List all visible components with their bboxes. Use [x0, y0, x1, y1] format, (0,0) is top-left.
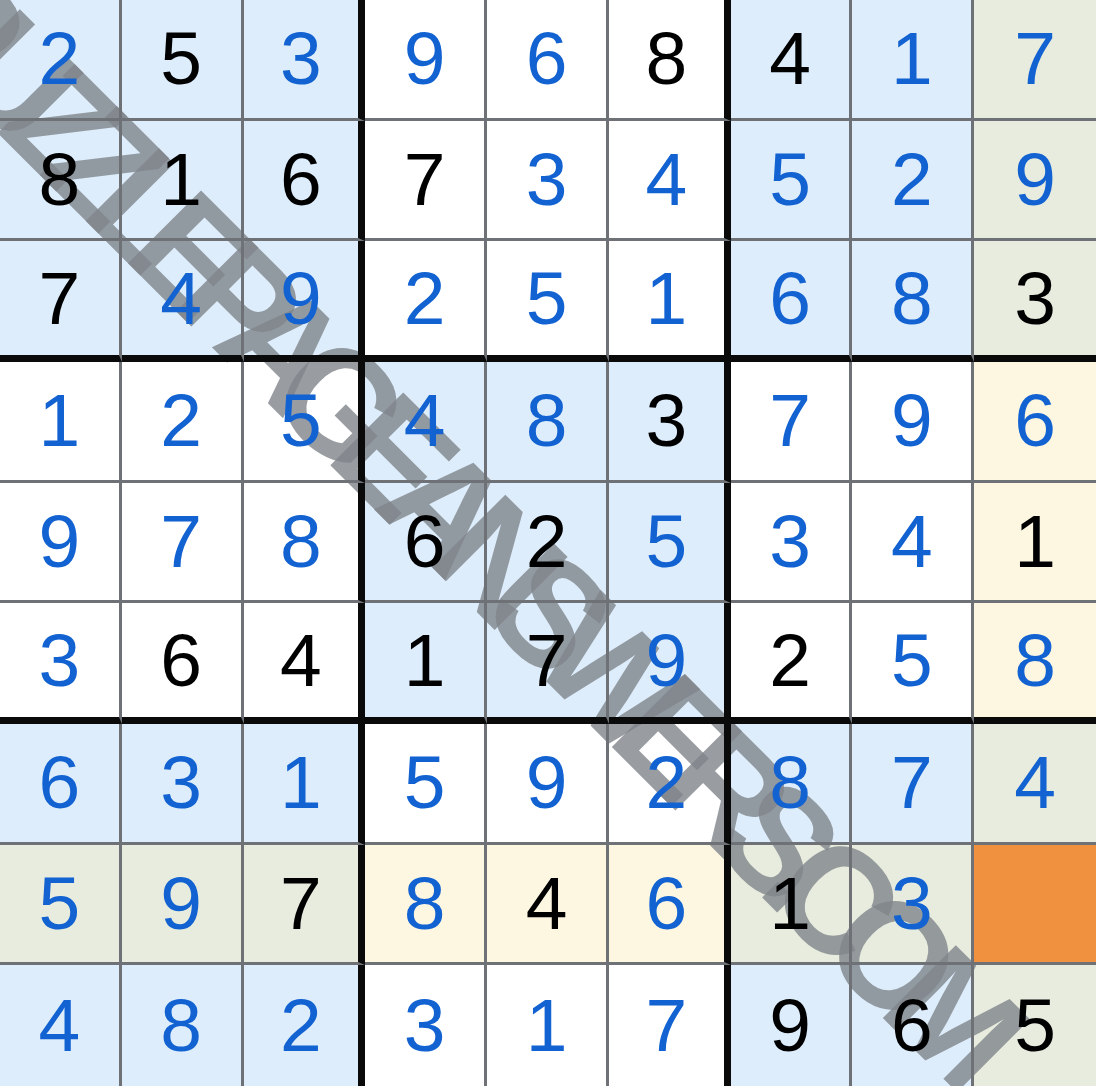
digit: 8	[39, 142, 81, 217]
cell-r4c3[interactable]: 5	[244, 362, 366, 483]
digit: 4	[280, 623, 322, 698]
cell-r7c1[interactable]: 6	[0, 724, 122, 845]
cell-r7c8[interactable]: 7	[852, 724, 974, 845]
cell-r4c5[interactable]: 8	[487, 362, 609, 483]
cell-r8c4[interactable]: 8	[365, 845, 487, 966]
cell-r4c6[interactable]: 3	[609, 362, 731, 483]
digit: 6	[1014, 383, 1056, 458]
digit: 1	[160, 142, 202, 217]
cell-r2c3[interactable]: 6	[244, 121, 366, 242]
digit: 6	[39, 745, 81, 820]
digit: 3	[1014, 261, 1056, 336]
cell-r8c1[interactable]: 5	[0, 845, 122, 966]
digit: 8	[526, 383, 568, 458]
cell-r8c6[interactable]: 6	[609, 845, 731, 966]
cell-r3c4[interactable]: 2	[365, 241, 487, 362]
cell-r1c4[interactable]: 9	[365, 0, 487, 121]
cell-r7c6[interactable]: 2	[609, 724, 731, 845]
cell-r5c8[interactable]: 4	[852, 483, 974, 604]
cell-r9c2[interactable]: 8	[122, 965, 244, 1086]
cell-r4c7[interactable]: 7	[731, 362, 853, 483]
digit: 2	[280, 988, 322, 1063]
digit: 7	[891, 745, 933, 820]
cell-r9c7[interactable]: 9	[731, 965, 853, 1086]
cell-r7c5[interactable]: 9	[487, 724, 609, 845]
cell-r9c4[interactable]: 3	[365, 965, 487, 1086]
cell-r6c1[interactable]: 3	[0, 603, 122, 724]
cell-r4c4[interactable]: 4	[365, 362, 487, 483]
digit: 1	[280, 745, 322, 820]
cell-r2c1[interactable]: 8	[0, 121, 122, 242]
cell-r1c9[interactable]: 7	[974, 0, 1096, 121]
cell-r2c5[interactable]: 3	[487, 121, 609, 242]
cell-r6c2[interactable]: 6	[122, 603, 244, 724]
cell-r1c2[interactable]: 5	[122, 0, 244, 121]
digit: 8	[280, 504, 322, 579]
digit: 9	[280, 261, 322, 336]
cell-r6c4[interactable]: 1	[365, 603, 487, 724]
cell-r9c6[interactable]: 7	[609, 965, 731, 1086]
cell-r8c5[interactable]: 4	[487, 845, 609, 966]
digit: 9	[1014, 142, 1056, 217]
cell-r9c8[interactable]: 6	[852, 965, 974, 1086]
cell-r6c5[interactable]: 7	[487, 603, 609, 724]
cell-r3c8[interactable]: 8	[852, 241, 974, 362]
cell-r1c7[interactable]: 4	[731, 0, 853, 121]
digit: 3	[280, 21, 322, 96]
digit: 1	[1014, 504, 1056, 579]
cell-r5c7[interactable]: 3	[731, 483, 853, 604]
cell-r6c7[interactable]: 2	[731, 603, 853, 724]
digit: 1	[891, 21, 933, 96]
digit: 8	[160, 988, 202, 1063]
digit: 7	[280, 866, 322, 941]
digit: 4	[39, 988, 81, 1063]
cell-r3c1[interactable]: 7	[0, 241, 122, 362]
digit: 8	[1014, 623, 1056, 698]
cell-r5c5[interactable]: 2	[487, 483, 609, 604]
digit: 8	[645, 21, 687, 96]
digit: 2	[769, 623, 811, 698]
cell-r5c4[interactable]: 6	[365, 483, 487, 604]
cell-r1c6[interactable]: 8	[609, 0, 731, 121]
cell-r2c8[interactable]: 2	[852, 121, 974, 242]
cell-r9c1[interactable]: 4	[0, 965, 122, 1086]
cell-r1c3[interactable]: 3	[244, 0, 366, 121]
digit: 2	[39, 21, 81, 96]
cell-r3c9[interactable]: 3	[974, 241, 1096, 362]
digit: 8	[404, 866, 446, 941]
cell-r8c3[interactable]: 7	[244, 845, 366, 966]
digit: 7	[404, 142, 446, 217]
digit: 3	[891, 866, 933, 941]
cell-r5c1[interactable]: 9	[0, 483, 122, 604]
digit: 1	[39, 383, 81, 458]
digit: 5	[1014, 988, 1056, 1063]
digit: 9	[526, 745, 568, 820]
digit: 6	[404, 504, 446, 579]
cell-r2c2[interactable]: 1	[122, 121, 244, 242]
cell-r4c2[interactable]: 2	[122, 362, 244, 483]
digit: 7	[645, 988, 687, 1063]
cell-r9c9[interactable]: 5	[974, 965, 1096, 1086]
digit: 3	[526, 142, 568, 217]
cell-r7c3[interactable]: 1	[244, 724, 366, 845]
cell-r6c8[interactable]: 5	[852, 603, 974, 724]
cell-r3c5[interactable]: 5	[487, 241, 609, 362]
cell-r8c8[interactable]: 3	[852, 845, 974, 966]
cell-r3c3[interactable]: 9	[244, 241, 366, 362]
digit: 4	[1014, 745, 1056, 820]
digit: 1	[645, 261, 687, 336]
cell-r2c9[interactable]: 9	[974, 121, 1096, 242]
digit: 6	[160, 623, 202, 698]
digit: 6	[280, 142, 322, 217]
cell-r1c5[interactable]: 6	[487, 0, 609, 121]
digit: 7	[39, 261, 81, 336]
digit: 9	[39, 504, 81, 579]
digit: 3	[769, 504, 811, 579]
cell-r1c8[interactable]: 1	[852, 0, 974, 121]
digit: 3	[160, 745, 202, 820]
cell-r9c3[interactable]: 2	[244, 965, 366, 1086]
cell-r8c9[interactable]	[974, 845, 1096, 966]
digit: 5	[39, 866, 81, 941]
cell-r2c7[interactable]: 5	[731, 121, 853, 242]
cell-r3c2[interactable]: 4	[122, 241, 244, 362]
digit: 6	[769, 261, 811, 336]
digit: 7	[160, 504, 202, 579]
cell-r3c7[interactable]: 6	[731, 241, 853, 362]
cell-r1c1[interactable]: 2	[0, 0, 122, 121]
cell-r4c9[interactable]: 6	[974, 362, 1096, 483]
digit: 4	[526, 866, 568, 941]
cell-r5c3[interactable]: 8	[244, 483, 366, 604]
cell-r2c4[interactable]: 7	[365, 121, 487, 242]
sudoku-board: PUZZLEPAGEANSWERS.COM 253968417816734529…	[0, 0, 1096, 1086]
digit: 4	[769, 21, 811, 96]
cell-r9c5[interactable]: 1	[487, 965, 609, 1086]
digit: 7	[1014, 21, 1056, 96]
cell-r4c8[interactable]: 9	[852, 362, 974, 483]
digit: 5	[280, 383, 322, 458]
digit: 5	[645, 504, 687, 579]
digit: 1	[404, 623, 446, 698]
digit: 4	[645, 142, 687, 217]
digit: 2	[160, 383, 202, 458]
digit: 2	[891, 142, 933, 217]
digit: 1	[769, 866, 811, 941]
cell-r3c6[interactable]: 1	[609, 241, 731, 362]
digit: 4	[160, 261, 202, 336]
digit: 2	[526, 504, 568, 579]
digit: 8	[891, 261, 933, 336]
digit: 9	[160, 866, 202, 941]
digit: 5	[160, 21, 202, 96]
cell-r7c7[interactable]: 8	[731, 724, 853, 845]
digit: 4	[404, 383, 446, 458]
digit: 9	[645, 623, 687, 698]
cell-r5c2[interactable]: 7	[122, 483, 244, 604]
cell-r2c6[interactable]: 4	[609, 121, 731, 242]
cell-r6c3[interactable]: 4	[244, 603, 366, 724]
cell-r8c2[interactable]: 9	[122, 845, 244, 966]
digit: 5	[404, 745, 446, 820]
cell-r6c6[interactable]: 9	[609, 603, 731, 724]
digit: 5	[526, 261, 568, 336]
digit: 3	[404, 988, 446, 1063]
digit: 2	[645, 745, 687, 820]
cell-r5c6[interactable]: 5	[609, 483, 731, 604]
cell-r7c9[interactable]: 4	[974, 724, 1096, 845]
cell-r4c1[interactable]: 1	[0, 362, 122, 483]
board-cells-grid: 2539684178167345297492516831254837969786…	[0, 0, 1096, 1086]
digit: 6	[645, 866, 687, 941]
digit: 7	[769, 383, 811, 458]
cell-r5c9[interactable]: 1	[974, 483, 1096, 604]
digit: 3	[39, 623, 81, 698]
digit: 7	[526, 623, 568, 698]
cell-r8c7[interactable]: 1	[731, 845, 853, 966]
digit: 6	[526, 21, 568, 96]
cell-r7c4[interactable]: 5	[365, 724, 487, 845]
digit: 9	[891, 383, 933, 458]
digit: 6	[891, 988, 933, 1063]
digit: 9	[404, 21, 446, 96]
digit: 8	[769, 745, 811, 820]
digit: 2	[404, 261, 446, 336]
cell-r6c9[interactable]: 8	[974, 603, 1096, 724]
digit: 1	[526, 988, 568, 1063]
digit: 5	[769, 142, 811, 217]
cell-r7c2[interactable]: 3	[122, 724, 244, 845]
digit: 3	[645, 383, 687, 458]
digit: 5	[891, 623, 933, 698]
digit: 9	[769, 988, 811, 1063]
digit: 4	[891, 504, 933, 579]
